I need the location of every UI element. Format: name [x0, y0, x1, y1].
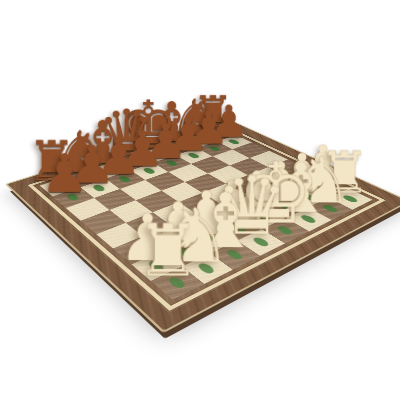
product-photo: Wooden chess set photographed at an angl… — [0, 0, 400, 400]
photo-caption: Wooden chess set photographed at an angl… — [0, 0, 1, 1]
playing-area: ♜♟♟♜♞♟♟♞♝♟♟♝♚♟♟♚♛♟♟♛♝♟♟♝♞♟♟♞♜♟♟♜ — [40, 128, 373, 300]
chess-board: ♜♟♟♜♞♟♟♞♝♟♟♝♚♟♟♚♛♟♟♛♝♟♟♝♞♟♟♞♜♟♟♜ — [8, 117, 400, 330]
piece-white-rook-a1: ♜ — [114, 215, 222, 287]
piece-black-pawn-a7: ♟ — [22, 147, 108, 200]
